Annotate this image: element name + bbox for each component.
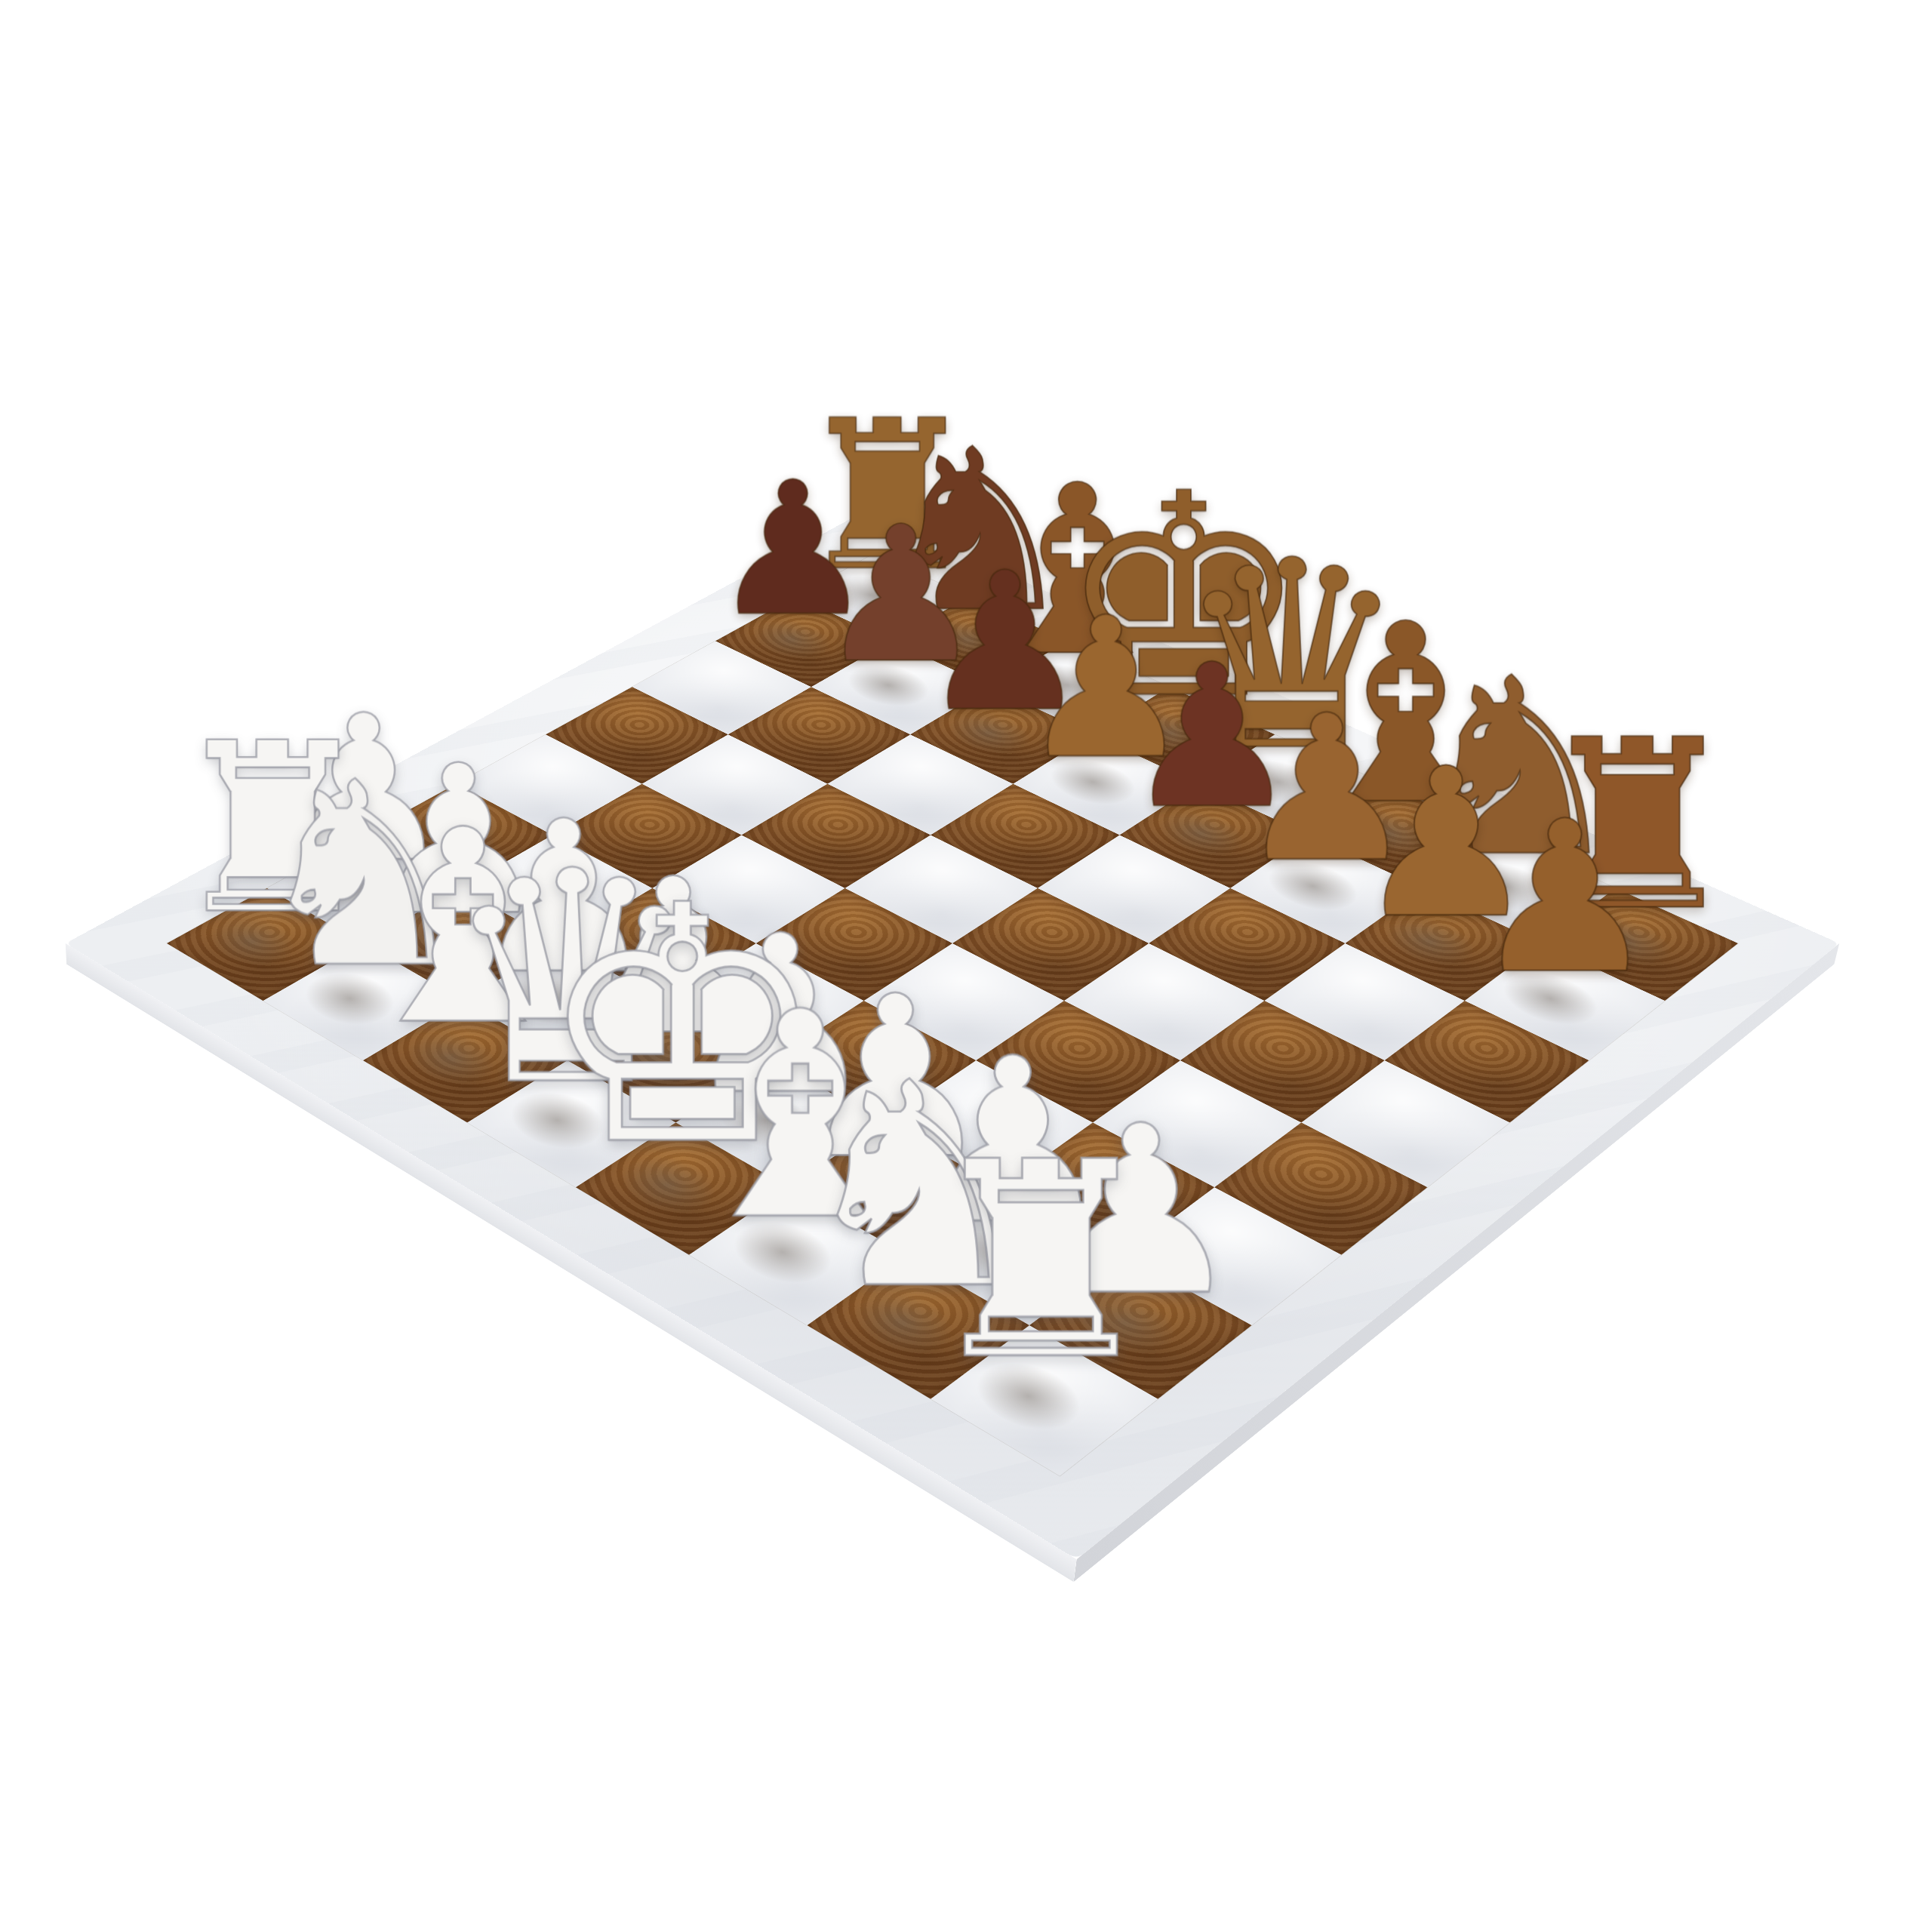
square-h5	[1301, 1060, 1509, 1187]
piece-white-rook-h1: ♜	[920, 1129, 1162, 1394]
square-h6	[1385, 1001, 1589, 1122]
square-h4	[1214, 1122, 1427, 1254]
piece-brown-pawn-h7: ♟	[1471, 795, 1659, 1001]
product-photo-scene: ♜♞♝♚♛♝♞♜♟♟♟♟♟♟♟♟♟♟♟♟♟♟♟♟♜♞♝♛♚♝♞♜	[0, 0, 1932, 1932]
square-g6	[1264, 943, 1464, 1060]
chess-board: ♜♞♝♚♛♝♞♜♟♟♟♟♟♟♟♟♟♟♟♟♟♟♟♟♜♞♝♛♚♝♞♜	[66, 511, 1839, 1559]
